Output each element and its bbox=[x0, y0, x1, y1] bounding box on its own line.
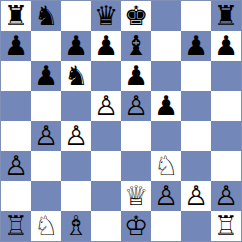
square-a3[interactable]: ♙ bbox=[1, 151, 31, 181]
square-a6[interactable] bbox=[1, 61, 31, 91]
square-g2[interactable]: ♙ bbox=[181, 181, 211, 211]
black-pawn-piece: ♟ bbox=[214, 31, 238, 61]
square-c5[interactable] bbox=[61, 91, 91, 121]
white-queen-piece: ♕ bbox=[124, 181, 148, 211]
square-g3[interactable] bbox=[181, 151, 211, 181]
square-g8[interactable] bbox=[181, 1, 211, 31]
square-f3[interactable]: ♘ bbox=[151, 151, 181, 181]
square-f7[interactable] bbox=[151, 31, 181, 61]
white-pawn-piece: ♙ bbox=[184, 181, 208, 211]
square-h6[interactable] bbox=[211, 61, 241, 91]
chess-board-wrapper: ♜♞♛♚♜♟♟♟♝♟♟♟♞♟♙♙♟♙♙♙♘♕♙♙♙♖♘♗♔♖ bbox=[0, 0, 242, 242]
square-h4[interactable] bbox=[211, 121, 241, 151]
white-knight-piece: ♘ bbox=[154, 151, 178, 181]
square-h3[interactable] bbox=[211, 151, 241, 181]
square-e1[interactable]: ♔ bbox=[121, 211, 151, 241]
square-b3[interactable] bbox=[31, 151, 61, 181]
square-a2[interactable] bbox=[1, 181, 31, 211]
black-king-piece: ♚ bbox=[124, 1, 148, 31]
square-g4[interactable] bbox=[181, 121, 211, 151]
chess-board: ♜♞♛♚♜♟♟♟♝♟♟♟♞♟♙♙♟♙♙♙♘♕♙♙♙♖♘♗♔♖ bbox=[0, 0, 242, 242]
white-rook-piece: ♖ bbox=[4, 211, 28, 241]
square-c7[interactable]: ♟ bbox=[61, 31, 91, 61]
white-knight-piece: ♘ bbox=[34, 211, 58, 241]
square-h7[interactable]: ♟ bbox=[211, 31, 241, 61]
square-f2[interactable]: ♙ bbox=[151, 181, 181, 211]
square-a4[interactable] bbox=[1, 121, 31, 151]
square-c2[interactable] bbox=[61, 181, 91, 211]
square-e5[interactable]: ♙ bbox=[121, 91, 151, 121]
black-pawn-piece: ♟ bbox=[184, 31, 208, 61]
black-queen-piece: ♛ bbox=[94, 1, 118, 31]
square-d8[interactable]: ♛ bbox=[91, 1, 121, 31]
white-king-piece: ♔ bbox=[124, 211, 148, 241]
square-h5[interactable] bbox=[211, 91, 241, 121]
square-d7[interactable]: ♟ bbox=[91, 31, 121, 61]
white-pawn-piece: ♙ bbox=[94, 91, 118, 121]
black-pawn-piece: ♟ bbox=[64, 31, 88, 61]
square-b1[interactable]: ♘ bbox=[31, 211, 61, 241]
square-f6[interactable] bbox=[151, 61, 181, 91]
white-pawn-piece: ♙ bbox=[64, 121, 88, 151]
white-pawn-piece: ♙ bbox=[154, 181, 178, 211]
square-c8[interactable] bbox=[61, 1, 91, 31]
square-b8[interactable]: ♞ bbox=[31, 1, 61, 31]
square-f8[interactable] bbox=[151, 1, 181, 31]
square-d1[interactable] bbox=[91, 211, 121, 241]
square-f4[interactable] bbox=[151, 121, 181, 151]
square-c1[interactable]: ♗ bbox=[61, 211, 91, 241]
square-g6[interactable] bbox=[181, 61, 211, 91]
square-b4[interactable]: ♙ bbox=[31, 121, 61, 151]
square-h8[interactable]: ♜ bbox=[211, 1, 241, 31]
white-pawn-piece: ♙ bbox=[34, 121, 58, 151]
white-pawn-piece: ♙ bbox=[124, 91, 148, 121]
square-b6[interactable]: ♟ bbox=[31, 61, 61, 91]
black-knight-piece: ♞ bbox=[34, 1, 58, 31]
black-rook-piece: ♜ bbox=[214, 1, 238, 31]
square-e4[interactable] bbox=[121, 121, 151, 151]
square-d4[interactable] bbox=[91, 121, 121, 151]
square-a1[interactable]: ♖ bbox=[1, 211, 31, 241]
square-f1[interactable] bbox=[151, 211, 181, 241]
square-e6[interactable]: ♟ bbox=[121, 61, 151, 91]
square-b5[interactable] bbox=[31, 91, 61, 121]
square-h2[interactable]: ♙ bbox=[211, 181, 241, 211]
black-pawn-piece: ♟ bbox=[124, 61, 148, 91]
square-d3[interactable] bbox=[91, 151, 121, 181]
black-bishop-piece: ♝ bbox=[124, 31, 148, 61]
white-rook-piece: ♖ bbox=[214, 211, 238, 241]
black-pawn-piece: ♟ bbox=[4, 31, 28, 61]
white-bishop-piece: ♗ bbox=[64, 211, 88, 241]
black-knight-piece: ♞ bbox=[64, 61, 88, 91]
square-e2[interactable]: ♕ bbox=[121, 181, 151, 211]
square-g7[interactable]: ♟ bbox=[181, 31, 211, 61]
square-c4[interactable]: ♙ bbox=[61, 121, 91, 151]
black-rook-piece: ♜ bbox=[4, 1, 28, 31]
square-d5[interactable]: ♙ bbox=[91, 91, 121, 121]
square-f5[interactable]: ♟ bbox=[151, 91, 181, 121]
square-e7[interactable]: ♝ bbox=[121, 31, 151, 61]
black-pawn-piece: ♟ bbox=[34, 61, 58, 91]
square-c3[interactable] bbox=[61, 151, 91, 181]
square-g5[interactable] bbox=[181, 91, 211, 121]
square-d6[interactable] bbox=[91, 61, 121, 91]
square-a8[interactable]: ♜ bbox=[1, 1, 31, 31]
black-pawn-piece: ♟ bbox=[154, 91, 178, 121]
square-a5[interactable] bbox=[1, 91, 31, 121]
square-g1[interactable] bbox=[181, 211, 211, 241]
square-e3[interactable] bbox=[121, 151, 151, 181]
square-h1[interactable]: ♖ bbox=[211, 211, 241, 241]
white-pawn-piece: ♙ bbox=[4, 151, 28, 181]
square-b7[interactable] bbox=[31, 31, 61, 61]
square-e8[interactable]: ♚ bbox=[121, 1, 151, 31]
white-pawn-piece: ♙ bbox=[214, 181, 238, 211]
black-pawn-piece: ♟ bbox=[94, 31, 118, 61]
square-d2[interactable] bbox=[91, 181, 121, 211]
square-b2[interactable] bbox=[31, 181, 61, 211]
square-a7[interactable]: ♟ bbox=[1, 31, 31, 61]
square-c6[interactable]: ♞ bbox=[61, 61, 91, 91]
